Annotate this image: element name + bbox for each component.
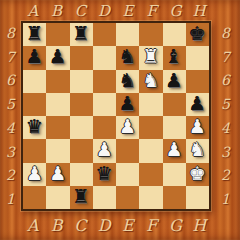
- file-label-a: A: [21, 211, 45, 240]
- square-e1[interactable]: [116, 186, 139, 209]
- file-label-b: B: [45, 211, 69, 240]
- square-b7[interactable]: ♟: [46, 46, 69, 69]
- square-e2[interactable]: [116, 163, 139, 186]
- piece-white-pawn[interactable]: ♟: [166, 140, 183, 159]
- rank-label-4: 4: [0, 116, 21, 140]
- square-c4[interactable]: [70, 116, 93, 139]
- square-a2[interactable]: ♟: [23, 163, 46, 186]
- square-c3[interactable]: [70, 139, 93, 162]
- chess-board: ♜♜♚♟♟♞♜♝♞♞♟♟♟♛♟♟♟♟♞♟♟♛♚♜: [23, 23, 209, 209]
- square-g4[interactable]: [163, 116, 186, 139]
- square-h1[interactable]: [186, 186, 209, 209]
- square-c7[interactable]: [70, 46, 93, 69]
- square-b3[interactable]: [46, 139, 69, 162]
- square-b5[interactable]: [46, 93, 69, 116]
- square-g8[interactable]: [163, 23, 186, 46]
- square-g1[interactable]: [163, 186, 186, 209]
- square-a6[interactable]: [23, 70, 46, 93]
- piece-white-king[interactable]: ♚: [189, 164, 206, 183]
- file-label-g: G: [164, 0, 188, 21]
- square-h2[interactable]: ♚: [186, 163, 209, 186]
- square-e5[interactable]: ♟: [116, 93, 139, 116]
- square-g7[interactable]: ♝: [163, 46, 186, 69]
- piece-black-rook[interactable]: ♜: [26, 24, 43, 43]
- square-e3[interactable]: [116, 139, 139, 162]
- piece-white-rook[interactable]: ♜: [142, 47, 159, 66]
- square-a1[interactable]: [23, 186, 46, 209]
- rank-label-1: 1: [211, 187, 240, 211]
- square-h4[interactable]: ♟: [186, 116, 209, 139]
- piece-black-pawn[interactable]: ♟: [189, 94, 206, 113]
- square-g6[interactable]: ♟: [163, 70, 186, 93]
- piece-black-pawn[interactable]: ♟: [166, 71, 183, 90]
- square-b8[interactable]: [46, 23, 69, 46]
- rank-label-4: 4: [211, 116, 240, 140]
- file-labels-top: ABCDEFGH: [21, 0, 211, 21]
- square-d4[interactable]: [93, 116, 116, 139]
- piece-black-bishop[interactable]: ♝: [166, 47, 183, 66]
- square-h3[interactable]: ♞: [186, 139, 209, 162]
- piece-black-pawn[interactable]: ♟: [119, 94, 136, 113]
- rank-label-3: 3: [211, 140, 240, 164]
- rank-label-7: 7: [0, 45, 21, 69]
- square-f1[interactable]: [139, 186, 162, 209]
- piece-white-pawn[interactable]: ♟: [26, 164, 43, 183]
- square-h8[interactable]: ♚: [186, 23, 209, 46]
- square-a8[interactable]: ♜: [23, 23, 46, 46]
- square-g5[interactable]: [163, 93, 186, 116]
- square-a3[interactable]: [23, 139, 46, 162]
- square-c5[interactable]: [70, 93, 93, 116]
- square-d5[interactable]: [93, 93, 116, 116]
- rank-label-8: 8: [211, 21, 240, 45]
- file-label-h: H: [187, 211, 211, 240]
- square-b4[interactable]: [46, 116, 69, 139]
- rank-label-6: 6: [0, 69, 21, 93]
- square-f4[interactable]: [139, 116, 162, 139]
- file-label-d: D: [92, 211, 116, 240]
- rank-label-5: 5: [211, 92, 240, 116]
- square-f6[interactable]: ♞: [139, 70, 162, 93]
- file-label-a: A: [21, 0, 45, 21]
- square-c2[interactable]: [70, 163, 93, 186]
- file-label-f: F: [140, 0, 164, 21]
- chess-board-app: ABCDEFGH 87654321 87654321 ABCDEFGH ♜♜♚♟…: [0, 0, 240, 240]
- file-label-e: E: [116, 211, 140, 240]
- piece-white-knight[interactable]: ♞: [189, 140, 206, 159]
- square-c6[interactable]: [70, 70, 93, 93]
- piece-white-pawn[interactable]: ♟: [96, 140, 113, 159]
- square-f3[interactable]: [139, 139, 162, 162]
- rank-label-2: 2: [0, 164, 21, 188]
- square-c1[interactable]: ♜: [70, 186, 93, 209]
- square-g2[interactable]: [163, 163, 186, 186]
- square-h7[interactable]: [186, 46, 209, 69]
- piece-black-queen[interactable]: ♛: [26, 117, 43, 136]
- square-e6[interactable]: ♞: [116, 70, 139, 93]
- file-label-d: D: [92, 0, 116, 21]
- square-d3[interactable]: ♟: [93, 139, 116, 162]
- square-h6[interactable]: [186, 70, 209, 93]
- rank-label-6: 6: [211, 69, 240, 93]
- square-a7[interactable]: ♟: [23, 46, 46, 69]
- square-b6[interactable]: [46, 70, 69, 93]
- piece-white-knight[interactable]: ♞: [142, 71, 159, 90]
- file-label-f: F: [140, 211, 164, 240]
- piece-black-rook[interactable]: ♜: [73, 24, 90, 43]
- piece-black-knight[interactable]: ♞: [119, 71, 136, 90]
- square-f7[interactable]: ♜: [139, 46, 162, 69]
- square-e7[interactable]: ♞: [116, 46, 139, 69]
- file-labels-bottom: ABCDEFGH: [21, 211, 211, 240]
- piece-white-pawn[interactable]: ♟: [49, 164, 66, 183]
- rank-label-1: 1: [0, 187, 21, 211]
- piece-white-pawn[interactable]: ♟: [189, 117, 206, 136]
- square-d1[interactable]: [93, 186, 116, 209]
- square-f2[interactable]: [139, 163, 162, 186]
- rank-label-2: 2: [211, 164, 240, 188]
- square-b2[interactable]: ♟: [46, 163, 69, 186]
- piece-black-queen[interactable]: ♛: [96, 164, 113, 183]
- square-f8[interactable]: [139, 23, 162, 46]
- square-g3[interactable]: ♟: [163, 139, 186, 162]
- piece-black-rook[interactable]: ♜: [73, 187, 90, 206]
- rank-labels-left: 87654321: [0, 21, 21, 211]
- square-a5[interactable]: [23, 93, 46, 116]
- square-d7[interactable]: [93, 46, 116, 69]
- file-label-g: G: [164, 211, 188, 240]
- piece-black-pawn[interactable]: ♟: [26, 47, 43, 66]
- file-label-b: B: [45, 0, 69, 21]
- rank-label-7: 7: [211, 45, 240, 69]
- rank-label-3: 3: [0, 140, 21, 164]
- piece-black-pawn[interactable]: ♟: [49, 47, 66, 66]
- square-c8[interactable]: ♜: [70, 23, 93, 46]
- square-e4[interactable]: ♟: [116, 116, 139, 139]
- file-label-c: C: [69, 211, 93, 240]
- rank-labels-right: 87654321: [211, 21, 240, 211]
- square-d2[interactable]: ♛: [93, 163, 116, 186]
- file-label-h: H: [187, 0, 211, 21]
- piece-black-knight[interactable]: ♞: [119, 47, 136, 66]
- square-h5[interactable]: ♟: [186, 93, 209, 116]
- piece-black-king[interactable]: ♚: [189, 24, 206, 43]
- file-label-e: E: [116, 0, 140, 21]
- square-d6[interactable]: [93, 70, 116, 93]
- file-label-c: C: [69, 0, 93, 21]
- square-f5[interactable]: [139, 93, 162, 116]
- square-a4[interactable]: ♛: [23, 116, 46, 139]
- rank-label-5: 5: [0, 92, 21, 116]
- rank-label-8: 8: [0, 21, 21, 45]
- square-d8[interactable]: [93, 23, 116, 46]
- square-b1[interactable]: [46, 186, 69, 209]
- board-frame: ♜♜♚♟♟♞♜♝♞♞♟♟♟♛♟♟♟♟♞♟♟♛♚♜: [21, 21, 211, 211]
- piece-white-pawn[interactable]: ♟: [119, 117, 136, 136]
- square-e8[interactable]: [116, 23, 139, 46]
